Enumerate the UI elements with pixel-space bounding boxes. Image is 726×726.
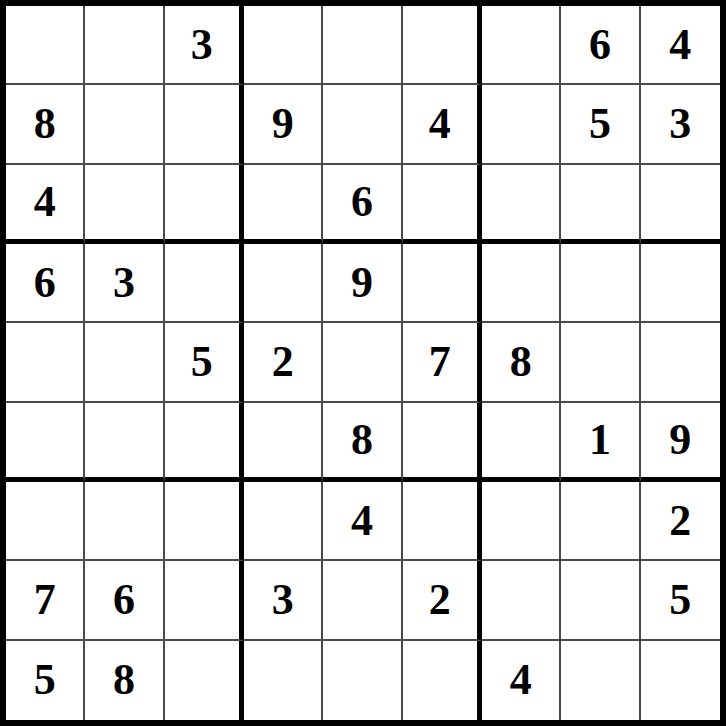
sudoku-cell-r8c2[interactable]: 6 bbox=[85, 561, 164, 640]
sudoku-cell-r7c8[interactable] bbox=[561, 482, 640, 561]
sudoku-cell-r2c7[interactable] bbox=[482, 85, 561, 164]
sudoku-cell-r3c1[interactable]: 4 bbox=[6, 165, 85, 244]
sudoku-cell-r6c3[interactable] bbox=[165, 403, 244, 482]
sudoku-cell-r2c9[interactable]: 3 bbox=[641, 85, 720, 164]
sudoku-cell-r4c3[interactable] bbox=[165, 244, 244, 323]
sudoku-cell-r1c4[interactable] bbox=[244, 6, 323, 85]
sudoku-cell-r1c8[interactable]: 6 bbox=[561, 6, 640, 85]
sudoku-cell-r9c1[interactable]: 5 bbox=[6, 641, 85, 720]
sudoku-cell-r4c1[interactable]: 6 bbox=[6, 244, 85, 323]
sudoku-cell-r2c6[interactable]: 4 bbox=[403, 85, 482, 164]
sudoku-cell-r3c5[interactable]: 6 bbox=[323, 165, 402, 244]
sudoku-cell-r6c2[interactable] bbox=[85, 403, 164, 482]
sudoku-cell-r3c6[interactable] bbox=[403, 165, 482, 244]
sudoku-cell-r8c5[interactable] bbox=[323, 561, 402, 640]
sudoku-cell-r7c7[interactable] bbox=[482, 482, 561, 561]
sudoku-cell-r9c6[interactable] bbox=[403, 641, 482, 720]
sudoku-cell-r8c1[interactable]: 7 bbox=[6, 561, 85, 640]
sudoku-cell-r1c9[interactable]: 4 bbox=[641, 6, 720, 85]
sudoku-cell-r7c4[interactable] bbox=[244, 482, 323, 561]
sudoku-cell-r2c1[interactable]: 8 bbox=[6, 85, 85, 164]
sudoku-cell-r5c5[interactable] bbox=[323, 323, 402, 402]
sudoku-cell-r4c2[interactable]: 3 bbox=[85, 244, 164, 323]
sudoku-cell-r2c3[interactable] bbox=[165, 85, 244, 164]
sudoku-cell-r9c5[interactable] bbox=[323, 641, 402, 720]
sudoku-cell-r1c1[interactable] bbox=[6, 6, 85, 85]
sudoku-cell-r3c3[interactable] bbox=[165, 165, 244, 244]
sudoku-cell-r5c6[interactable]: 7 bbox=[403, 323, 482, 402]
sudoku-cell-r2c2[interactable] bbox=[85, 85, 164, 164]
sudoku-cell-r7c1[interactable] bbox=[6, 482, 85, 561]
sudoku-cell-r5c1[interactable] bbox=[6, 323, 85, 402]
sudoku-cell-r9c9[interactable] bbox=[641, 641, 720, 720]
sudoku-cell-r6c4[interactable] bbox=[244, 403, 323, 482]
sudoku-cell-r5c7[interactable]: 8 bbox=[482, 323, 561, 402]
sudoku-cell-r3c7[interactable] bbox=[482, 165, 561, 244]
sudoku-cell-r2c8[interactable]: 5 bbox=[561, 85, 640, 164]
sudoku-cell-r4c5[interactable]: 9 bbox=[323, 244, 402, 323]
sudoku-cell-r4c4[interactable] bbox=[244, 244, 323, 323]
sudoku-cell-r1c6[interactable] bbox=[403, 6, 482, 85]
sudoku-cell-r5c8[interactable] bbox=[561, 323, 640, 402]
sudoku-cell-r7c9[interactable]: 2 bbox=[641, 482, 720, 561]
sudoku-cell-r4c8[interactable] bbox=[561, 244, 640, 323]
sudoku-cell-r9c7[interactable]: 4 bbox=[482, 641, 561, 720]
sudoku-cell-r3c2[interactable] bbox=[85, 165, 164, 244]
sudoku-cell-r8c4[interactable]: 3 bbox=[244, 561, 323, 640]
sudoku-cell-r1c2[interactable] bbox=[85, 6, 164, 85]
sudoku-cell-r6c5[interactable]: 8 bbox=[323, 403, 402, 482]
sudoku-cell-r3c8[interactable] bbox=[561, 165, 640, 244]
sudoku-cell-r6c1[interactable] bbox=[6, 403, 85, 482]
sudoku-cell-r9c3[interactable] bbox=[165, 641, 244, 720]
sudoku-cell-r1c3[interactable]: 3 bbox=[165, 6, 244, 85]
sudoku-cell-r7c3[interactable] bbox=[165, 482, 244, 561]
sudoku-cell-r6c8[interactable]: 1 bbox=[561, 403, 640, 482]
sudoku-cell-r6c6[interactable] bbox=[403, 403, 482, 482]
sudoku-cell-r2c5[interactable] bbox=[323, 85, 402, 164]
sudoku-cell-r1c5[interactable] bbox=[323, 6, 402, 85]
sudoku-cell-r4c7[interactable] bbox=[482, 244, 561, 323]
sudoku-cell-r5c4[interactable]: 2 bbox=[244, 323, 323, 402]
sudoku-cell-r7c2[interactable] bbox=[85, 482, 164, 561]
sudoku-cell-r3c4[interactable] bbox=[244, 165, 323, 244]
sudoku-cell-r9c2[interactable]: 8 bbox=[85, 641, 164, 720]
sudoku-cell-r4c9[interactable] bbox=[641, 244, 720, 323]
sudoku-cell-r6c9[interactable]: 9 bbox=[641, 403, 720, 482]
sudoku-cell-r3c9[interactable] bbox=[641, 165, 720, 244]
sudoku-cell-r9c4[interactable] bbox=[244, 641, 323, 720]
sudoku-cell-r8c7[interactable] bbox=[482, 561, 561, 640]
sudoku-cell-r5c3[interactable]: 5 bbox=[165, 323, 244, 402]
sudoku-cell-r7c6[interactable] bbox=[403, 482, 482, 561]
sudoku-cell-r5c2[interactable] bbox=[85, 323, 164, 402]
sudoku-cell-r8c8[interactable] bbox=[561, 561, 640, 640]
sudoku-cell-r5c9[interactable] bbox=[641, 323, 720, 402]
sudoku-cell-r7c5[interactable]: 4 bbox=[323, 482, 402, 561]
sudoku-board: 364894534663952788194276325584 bbox=[0, 0, 726, 726]
sudoku-cell-r1c7[interactable] bbox=[482, 6, 561, 85]
sudoku-cell-r8c3[interactable] bbox=[165, 561, 244, 640]
sudoku-cell-r4c6[interactable] bbox=[403, 244, 482, 323]
sudoku-cell-r8c6[interactable]: 2 bbox=[403, 561, 482, 640]
sudoku-cell-r9c8[interactable] bbox=[561, 641, 640, 720]
sudoku-cell-r6c7[interactable] bbox=[482, 403, 561, 482]
sudoku-cell-r8c9[interactable]: 5 bbox=[641, 561, 720, 640]
sudoku-cell-r2c4[interactable]: 9 bbox=[244, 85, 323, 164]
